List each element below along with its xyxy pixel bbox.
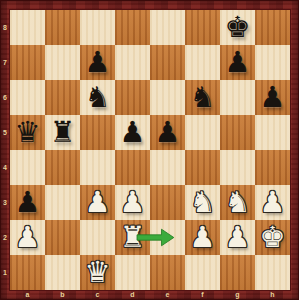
square-e4[interactable] [150, 150, 185, 185]
square-e1[interactable] [150, 255, 185, 290]
piece-white-queen: ♛ [80, 255, 115, 290]
piece-black-queen: ♛ [10, 115, 45, 150]
square-c3[interactable]: ♟ [80, 185, 115, 220]
rank-label-7: 7 [0, 45, 10, 80]
file-label-c: c [80, 290, 115, 300]
square-g4[interactable] [220, 150, 255, 185]
piece-black-pawn: ♟ [255, 80, 290, 115]
file-label-h: h [255, 290, 290, 300]
piece-white-knight: ♞ [220, 185, 255, 220]
piece-white-pawn: ♟ [10, 220, 45, 255]
square-f2[interactable]: ♟ [185, 220, 220, 255]
piece-white-knight: ♞ [185, 185, 220, 220]
square-g3[interactable]: ♞ [220, 185, 255, 220]
file-label-g: g [220, 290, 255, 300]
square-b3[interactable] [45, 185, 80, 220]
square-h2[interactable]: ♚ [255, 220, 290, 255]
square-e3[interactable] [150, 185, 185, 220]
piece-white-pawn: ♟ [80, 185, 115, 220]
square-b5[interactable]: ♜ [45, 115, 80, 150]
piece-black-knight: ♞ [80, 80, 115, 115]
square-g2[interactable]: ♟ [220, 220, 255, 255]
square-h6[interactable]: ♟ [255, 80, 290, 115]
piece-black-knight: ♞ [185, 80, 220, 115]
piece-white-pawn: ♟ [220, 220, 255, 255]
chessboard-frame: 87654321 abcdefgh ♚♟♟♞♞♟♛♜♟♟♟♟♟♞♞♟♟♜♟♟♚♛ [0, 0, 299, 300]
rank-label-4: 4 [0, 150, 10, 185]
rank-label-1: 1 [0, 255, 10, 290]
square-b1[interactable] [45, 255, 80, 290]
square-a3[interactable]: ♟ [10, 185, 45, 220]
square-g7[interactable]: ♟ [220, 45, 255, 80]
file-labels: abcdefgh [10, 290, 290, 300]
rank-label-2: 2 [0, 220, 10, 255]
square-h1[interactable] [255, 255, 290, 290]
piece-black-pawn: ♟ [115, 115, 150, 150]
rank-label-8: 8 [0, 10, 10, 45]
square-c7[interactable]: ♟ [80, 45, 115, 80]
piece-black-pawn: ♟ [10, 185, 45, 220]
square-c5[interactable] [80, 115, 115, 150]
square-f3[interactable]: ♞ [185, 185, 220, 220]
square-g6[interactable] [220, 80, 255, 115]
square-c6[interactable]: ♞ [80, 80, 115, 115]
square-d4[interactable] [115, 150, 150, 185]
file-label-b: b [45, 290, 80, 300]
piece-white-pawn: ♟ [185, 220, 220, 255]
square-h7[interactable] [255, 45, 290, 80]
square-b6[interactable] [45, 80, 80, 115]
square-h8[interactable] [255, 10, 290, 45]
piece-black-pawn: ♟ [150, 115, 185, 150]
square-f5[interactable] [185, 115, 220, 150]
square-b7[interactable] [45, 45, 80, 80]
rank-label-6: 6 [0, 80, 10, 115]
square-d7[interactable] [115, 45, 150, 80]
square-d5[interactable]: ♟ [115, 115, 150, 150]
rank-label-5: 5 [0, 115, 10, 150]
square-e5[interactable]: ♟ [150, 115, 185, 150]
rank-label-3: 3 [0, 185, 10, 220]
square-g8[interactable]: ♚ [220, 10, 255, 45]
square-f8[interactable] [185, 10, 220, 45]
square-c4[interactable] [80, 150, 115, 185]
square-a2[interactable]: ♟ [10, 220, 45, 255]
square-d6[interactable] [115, 80, 150, 115]
square-g1[interactable] [220, 255, 255, 290]
square-f6[interactable]: ♞ [185, 80, 220, 115]
square-h5[interactable] [255, 115, 290, 150]
square-h4[interactable] [255, 150, 290, 185]
square-d8[interactable] [115, 10, 150, 45]
piece-black-pawn: ♟ [220, 45, 255, 80]
square-f4[interactable] [185, 150, 220, 185]
square-b2[interactable] [45, 220, 80, 255]
square-b4[interactable] [45, 150, 80, 185]
file-label-a: a [10, 290, 45, 300]
square-h3[interactable]: ♟ [255, 185, 290, 220]
square-a7[interactable] [10, 45, 45, 80]
rank-labels: 87654321 [0, 10, 10, 290]
square-d2[interactable]: ♜ [115, 220, 150, 255]
file-label-e: e [150, 290, 185, 300]
square-a4[interactable] [10, 150, 45, 185]
square-f7[interactable] [185, 45, 220, 80]
board: ♚♟♟♞♞♟♛♜♟♟♟♟♟♞♞♟♟♜♟♟♚♛ [10, 10, 290, 290]
square-e6[interactable] [150, 80, 185, 115]
file-label-f: f [185, 290, 220, 300]
square-a1[interactable] [10, 255, 45, 290]
piece-white-rook: ♜ [115, 220, 150, 255]
square-c1[interactable]: ♛ [80, 255, 115, 290]
square-d1[interactable] [115, 255, 150, 290]
square-e2[interactable] [150, 220, 185, 255]
piece-white-pawn: ♟ [115, 185, 150, 220]
square-a6[interactable] [10, 80, 45, 115]
square-e7[interactable] [150, 45, 185, 80]
square-b8[interactable] [45, 10, 80, 45]
piece-black-pawn: ♟ [80, 45, 115, 80]
square-e8[interactable] [150, 10, 185, 45]
square-a5[interactable]: ♛ [10, 115, 45, 150]
square-g5[interactable] [220, 115, 255, 150]
square-d3[interactable]: ♟ [115, 185, 150, 220]
piece-black-rook: ♜ [45, 115, 80, 150]
square-c2[interactable] [80, 220, 115, 255]
piece-black-king: ♚ [220, 10, 255, 45]
square-a8[interactable] [10, 10, 45, 45]
square-f1[interactable] [185, 255, 220, 290]
piece-white-king: ♚ [255, 220, 290, 255]
square-c8[interactable] [80, 10, 115, 45]
piece-white-pawn: ♟ [255, 185, 290, 220]
file-label-d: d [115, 290, 150, 300]
